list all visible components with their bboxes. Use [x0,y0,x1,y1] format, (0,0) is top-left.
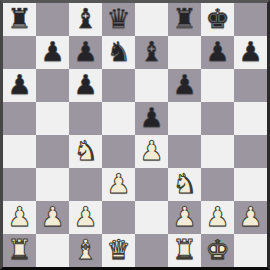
square-c7[interactable]: ♟ [69,36,102,69]
chess-board: ♜♝♛♜♚♟♟♞♝♟♟♟♟♟♟♞♟♟♞♟♟♟♟♟♟♜♝♛♜♚ [3,3,267,267]
square-f6[interactable]: ♟ [168,69,201,102]
square-g7[interactable]: ♟ [201,36,234,69]
black-pawn[interactable]: ♟ [73,71,97,98]
square-b2[interactable]: ♟ [36,201,69,234]
white-pawn[interactable]: ♟ [40,203,64,230]
square-h7[interactable]: ♟ [234,36,267,69]
black-queen[interactable]: ♛ [106,5,130,32]
white-pawn[interactable]: ♟ [139,137,163,164]
black-pawn[interactable]: ♟ [172,71,196,98]
square-h2[interactable]: ♟ [234,201,267,234]
square-a3[interactable] [3,168,36,201]
white-pawn[interactable]: ♟ [238,203,262,230]
square-e8[interactable] [135,3,168,36]
black-bishop[interactable]: ♝ [139,38,163,65]
square-g3[interactable] [201,168,234,201]
white-pawn[interactable]: ♟ [7,203,31,230]
square-f8[interactable]: ♜ [168,3,201,36]
chess-board-frame: ♜♝♛♜♚♟♟♞♝♟♟♟♟♟♟♞♟♟♞♟♟♟♟♟♟♜♝♛♜♚ [0,0,270,270]
square-b7[interactable]: ♟ [36,36,69,69]
square-b6[interactable] [36,69,69,102]
square-e4[interactable]: ♟ [135,135,168,168]
square-d2[interactable] [102,201,135,234]
square-f7[interactable] [168,36,201,69]
square-g8[interactable]: ♚ [201,3,234,36]
white-rook[interactable]: ♜ [7,236,31,263]
black-pawn[interactable]: ♟ [238,38,262,65]
square-c6[interactable]: ♟ [69,69,102,102]
square-g5[interactable] [201,102,234,135]
black-pawn[interactable]: ♟ [40,38,64,65]
square-c1[interactable]: ♝ [69,234,102,267]
square-f3[interactable]: ♞ [168,168,201,201]
square-a4[interactable] [3,135,36,168]
square-h8[interactable] [234,3,267,36]
square-b5[interactable] [36,102,69,135]
square-f2[interactable]: ♟ [168,201,201,234]
black-rook[interactable]: ♜ [172,5,196,32]
black-pawn[interactable]: ♟ [139,104,163,131]
square-h1[interactable] [234,234,267,267]
square-e1[interactable] [135,234,168,267]
square-d1[interactable]: ♛ [102,234,135,267]
square-d6[interactable] [102,69,135,102]
square-a6[interactable]: ♟ [3,69,36,102]
square-f1[interactable]: ♜ [168,234,201,267]
square-d8[interactable]: ♛ [102,3,135,36]
square-b4[interactable] [36,135,69,168]
white-bishop[interactable]: ♝ [73,236,97,263]
square-d3[interactable]: ♟ [102,168,135,201]
square-e3[interactable] [135,168,168,201]
square-f4[interactable] [168,135,201,168]
square-f5[interactable] [168,102,201,135]
black-bishop[interactable]: ♝ [73,5,97,32]
square-g6[interactable] [201,69,234,102]
square-c5[interactable] [69,102,102,135]
square-c4[interactable]: ♞ [69,135,102,168]
square-e6[interactable] [135,69,168,102]
square-e2[interactable] [135,201,168,234]
white-pawn[interactable]: ♟ [73,203,97,230]
square-d7[interactable]: ♞ [102,36,135,69]
white-queen[interactable]: ♛ [106,236,130,263]
black-king[interactable]: ♚ [205,5,229,32]
white-pawn[interactable]: ♟ [172,203,196,230]
square-e7[interactable]: ♝ [135,36,168,69]
square-c2[interactable]: ♟ [69,201,102,234]
square-g4[interactable] [201,135,234,168]
white-pawn[interactable]: ♟ [106,170,130,197]
square-h5[interactable] [234,102,267,135]
black-rook[interactable]: ♜ [7,5,31,32]
square-e5[interactable]: ♟ [135,102,168,135]
square-b1[interactable] [36,234,69,267]
black-pawn[interactable]: ♟ [205,38,229,65]
square-g1[interactable]: ♚ [201,234,234,267]
square-d4[interactable] [102,135,135,168]
square-b8[interactable] [36,3,69,36]
white-king[interactable]: ♚ [205,236,229,263]
white-pawn[interactable]: ♟ [205,203,229,230]
white-knight[interactable]: ♞ [172,170,196,197]
square-c8[interactable]: ♝ [69,3,102,36]
square-g2[interactable]: ♟ [201,201,234,234]
square-a8[interactable]: ♜ [3,3,36,36]
square-d5[interactable] [102,102,135,135]
square-a5[interactable] [3,102,36,135]
square-h6[interactable] [234,69,267,102]
square-c3[interactable] [69,168,102,201]
black-pawn[interactable]: ♟ [7,71,31,98]
black-pawn[interactable]: ♟ [73,38,97,65]
square-a2[interactable]: ♟ [3,201,36,234]
square-h3[interactable] [234,168,267,201]
white-rook[interactable]: ♜ [172,236,196,263]
white-knight[interactable]: ♞ [73,137,97,164]
black-knight[interactable]: ♞ [106,38,130,65]
square-a7[interactable] [3,36,36,69]
square-b3[interactable] [36,168,69,201]
square-h4[interactable] [234,135,267,168]
square-a1[interactable]: ♜ [3,234,36,267]
